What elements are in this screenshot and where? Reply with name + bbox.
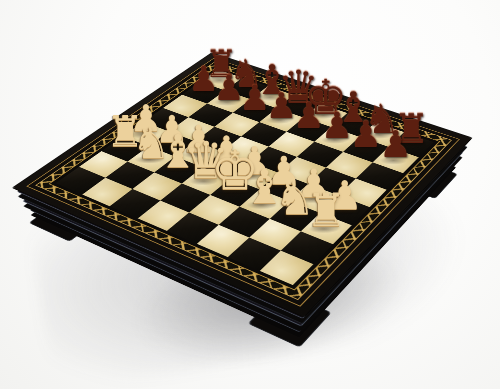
black-pawn[interactable]: ♟ bbox=[321, 107, 353, 143]
photo-stage: ♜♞♝♛♚♝♞♜♟♟♟♟♟♟♟♟♟♟♟♟♟♟♟♟♜♞♝♛♚♝♞♜ bbox=[0, 0, 500, 389]
piece-layer: ♜♞♝♛♚♝♞♜♟♟♟♟♟♟♟♟♟♟♟♟♟♟♟♟♜♞♝♛♚♝♞♜ bbox=[0, 0, 500, 389]
black-pawn[interactable]: ♟ bbox=[350, 117, 383, 153]
black-pawn[interactable]: ♟ bbox=[379, 127, 412, 164]
white-rook[interactable]: ♜ bbox=[306, 188, 347, 234]
